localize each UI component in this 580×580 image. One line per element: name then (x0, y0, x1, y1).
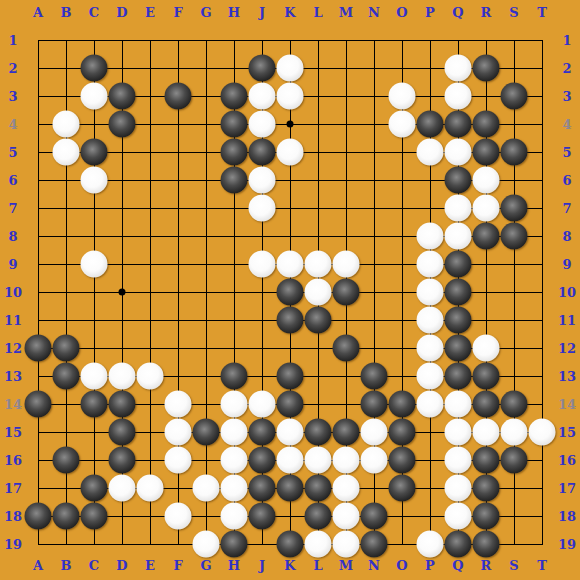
black-stone-O17 (389, 475, 416, 502)
white-stone-M19 (333, 531, 360, 558)
white-stone-S15 (501, 419, 528, 446)
black-stone-C2 (81, 55, 108, 82)
black-stone-D4 (109, 111, 136, 138)
row-label-right-11: 11 (558, 314, 576, 327)
col-label-bottom-Q: Q (452, 559, 463, 572)
black-stone-N14 (361, 391, 388, 418)
white-stone-J7 (249, 195, 276, 222)
white-stone-Q2 (445, 55, 472, 82)
black-stone-O15 (389, 419, 416, 446)
black-stone-B12 (53, 335, 80, 362)
black-stone-J17 (249, 475, 276, 502)
row-label-right-17: 17 (558, 482, 576, 495)
black-stone-N19 (361, 531, 388, 558)
black-stone-A12 (25, 335, 52, 362)
white-stone-Q16 (445, 447, 472, 474)
col-label-bottom-C: C (89, 559, 99, 572)
white-stone-R7 (473, 195, 500, 222)
white-stone-M18 (333, 503, 360, 530)
row-label-right-1: 1 (562, 34, 571, 47)
row-label-left-13: 13 (4, 370, 22, 383)
black-stone-K14 (277, 391, 304, 418)
black-stone-K17 (277, 475, 304, 502)
black-stone-H6 (221, 167, 248, 194)
black-stone-L15 (305, 419, 332, 446)
black-stone-H3 (221, 83, 248, 110)
row-label-left-15: 15 (4, 426, 22, 439)
white-stone-D17 (109, 475, 136, 502)
white-stone-R12 (473, 335, 500, 362)
black-stone-R18 (473, 503, 500, 530)
white-stone-C13 (81, 363, 108, 390)
white-stone-H16 (221, 447, 248, 474)
col-label-top-A: A (33, 6, 43, 19)
white-stone-B5 (53, 139, 80, 166)
white-stone-C6 (81, 167, 108, 194)
black-stone-Q13 (445, 363, 472, 390)
col-label-top-P: P (425, 6, 435, 19)
col-label-bottom-B: B (61, 559, 72, 572)
white-stone-K15 (277, 419, 304, 446)
black-stone-J18 (249, 503, 276, 530)
row-label-left-12: 12 (4, 342, 22, 355)
col-label-bottom-D: D (116, 559, 127, 572)
black-stone-S8 (501, 223, 528, 250)
go-board-screen: AABBCCDDEEFFGGHHJJKKLLMMNNOOPPQQRRSSTT11… (0, 0, 580, 580)
row-label-right-12: 12 (558, 342, 576, 355)
white-stone-K16 (277, 447, 304, 474)
white-stone-B4 (53, 111, 80, 138)
black-stone-R5 (473, 139, 500, 166)
white-stone-R6 (473, 167, 500, 194)
white-stone-R15 (473, 419, 500, 446)
col-label-bottom-L: L (313, 559, 322, 572)
col-label-bottom-G: G (200, 559, 211, 572)
black-stone-N18 (361, 503, 388, 530)
white-stone-P5 (417, 139, 444, 166)
row-label-left-14: 14 (4, 398, 22, 411)
white-stone-P9 (417, 251, 444, 278)
col-label-bottom-F: F (173, 559, 182, 572)
black-stone-B16 (53, 447, 80, 474)
black-stone-Q9 (445, 251, 472, 278)
white-stone-L10 (305, 279, 332, 306)
row-label-left-10: 10 (4, 286, 22, 299)
white-stone-K9 (277, 251, 304, 278)
black-stone-R4 (473, 111, 500, 138)
col-label-top-H: H (228, 6, 240, 19)
white-stone-Q15 (445, 419, 472, 446)
white-stone-H18 (221, 503, 248, 530)
black-stone-J16 (249, 447, 276, 474)
black-stone-R17 (473, 475, 500, 502)
col-label-top-F: F (173, 6, 182, 19)
black-stone-A14 (25, 391, 52, 418)
black-stone-Q11 (445, 307, 472, 334)
white-stone-L16 (305, 447, 332, 474)
white-stone-N16 (361, 447, 388, 474)
row-label-right-13: 13 (558, 370, 576, 383)
col-label-top-L: L (313, 6, 322, 19)
black-stone-G15 (193, 419, 220, 446)
col-label-top-K: K (284, 6, 295, 19)
white-stone-C3 (81, 83, 108, 110)
white-stone-Q5 (445, 139, 472, 166)
black-stone-N13 (361, 363, 388, 390)
white-stone-F18 (165, 503, 192, 530)
black-stone-K13 (277, 363, 304, 390)
white-stone-O4 (389, 111, 416, 138)
col-label-bottom-A: A (33, 559, 43, 572)
black-stone-H4 (221, 111, 248, 138)
col-label-bottom-R: R (481, 559, 492, 572)
white-stone-Q17 (445, 475, 472, 502)
black-stone-S16 (501, 447, 528, 474)
white-stone-J6 (249, 167, 276, 194)
white-stone-E17 (137, 475, 164, 502)
col-label-top-T: T (537, 6, 547, 19)
row-label-left-4: 4 (8, 118, 17, 131)
white-stone-P11 (417, 307, 444, 334)
col-label-bottom-P: P (425, 559, 435, 572)
black-stone-H19 (221, 531, 248, 558)
black-stone-Q19 (445, 531, 472, 558)
white-stone-H17 (221, 475, 248, 502)
row-label-right-7: 7 (562, 202, 571, 215)
black-stone-Q4 (445, 111, 472, 138)
black-stone-L11 (305, 307, 332, 334)
col-label-top-Q: Q (452, 6, 463, 19)
black-stone-A18 (25, 503, 52, 530)
col-label-bottom-J: J (259, 559, 265, 572)
white-stone-J14 (249, 391, 276, 418)
row-label-left-5: 5 (8, 146, 17, 159)
white-stone-L19 (305, 531, 332, 558)
black-stone-R2 (473, 55, 500, 82)
black-stone-S7 (501, 195, 528, 222)
row-label-right-5: 5 (562, 146, 571, 159)
white-stone-K2 (277, 55, 304, 82)
white-stone-P13 (417, 363, 444, 390)
white-stone-J4 (249, 111, 276, 138)
col-label-bottom-N: N (368, 559, 380, 572)
black-stone-K11 (277, 307, 304, 334)
row-label-right-15: 15 (558, 426, 576, 439)
black-stone-D3 (109, 83, 136, 110)
row-label-left-1: 1 (8, 34, 17, 47)
white-stone-M9 (333, 251, 360, 278)
black-stone-C14 (81, 391, 108, 418)
col-label-bottom-H: H (228, 559, 240, 572)
hoshi-point-D10 (119, 289, 126, 296)
row-label-left-16: 16 (4, 454, 22, 467)
col-label-top-S: S (509, 6, 518, 19)
black-stone-Q12 (445, 335, 472, 362)
white-stone-M17 (333, 475, 360, 502)
col-label-bottom-T: T (537, 559, 547, 572)
black-stone-L17 (305, 475, 332, 502)
black-stone-D15 (109, 419, 136, 446)
white-stone-C9 (81, 251, 108, 278)
col-label-bottom-K: K (284, 559, 295, 572)
black-stone-Q6 (445, 167, 472, 194)
black-stone-R16 (473, 447, 500, 474)
col-label-top-J: J (259, 6, 265, 19)
black-stone-J2 (249, 55, 276, 82)
black-stone-R8 (473, 223, 500, 250)
white-stone-P10 (417, 279, 444, 306)
col-label-bottom-E: E (145, 559, 155, 572)
black-stone-P4 (417, 111, 444, 138)
white-stone-P14 (417, 391, 444, 418)
white-stone-P12 (417, 335, 444, 362)
white-stone-N15 (361, 419, 388, 446)
black-stone-R13 (473, 363, 500, 390)
black-stone-C17 (81, 475, 108, 502)
white-stone-K3 (277, 83, 304, 110)
black-stone-S5 (501, 139, 528, 166)
white-stone-P8 (417, 223, 444, 250)
white-stone-H15 (221, 419, 248, 446)
col-label-top-M: M (339, 6, 353, 19)
row-label-left-3: 3 (8, 90, 17, 103)
white-stone-F16 (165, 447, 192, 474)
row-label-left-19: 19 (4, 538, 22, 551)
col-label-top-N: N (368, 6, 380, 19)
col-label-top-C: C (89, 6, 99, 19)
black-stone-K10 (277, 279, 304, 306)
row-label-left-18: 18 (4, 510, 22, 523)
row-label-right-10: 10 (558, 286, 576, 299)
row-label-right-18: 18 (558, 510, 576, 523)
white-stone-Q8 (445, 223, 472, 250)
row-label-right-14: 14 (558, 398, 576, 411)
white-stone-D13 (109, 363, 136, 390)
white-stone-J9 (249, 251, 276, 278)
black-stone-L18 (305, 503, 332, 530)
black-stone-R19 (473, 531, 500, 558)
white-stone-O3 (389, 83, 416, 110)
black-stone-D14 (109, 391, 136, 418)
white-stone-M16 (333, 447, 360, 474)
row-label-left-8: 8 (8, 230, 17, 243)
black-stone-O14 (389, 391, 416, 418)
white-stone-F14 (165, 391, 192, 418)
col-label-top-B: B (61, 6, 72, 19)
white-stone-Q14 (445, 391, 472, 418)
col-label-top-E: E (145, 6, 155, 19)
row-label-right-19: 19 (558, 538, 576, 551)
black-stone-J15 (249, 419, 276, 446)
col-label-top-D: D (116, 6, 127, 19)
black-stone-D16 (109, 447, 136, 474)
col-label-bottom-O: O (396, 559, 407, 572)
col-label-bottom-M: M (339, 559, 353, 572)
black-stone-H13 (221, 363, 248, 390)
white-stone-Q18 (445, 503, 472, 530)
row-label-right-2: 2 (562, 62, 571, 75)
row-label-left-17: 17 (4, 482, 22, 495)
black-stone-H5 (221, 139, 248, 166)
black-stone-O16 (389, 447, 416, 474)
row-label-right-9: 9 (562, 258, 571, 271)
hoshi-point-K4 (287, 121, 294, 128)
black-stone-F3 (165, 83, 192, 110)
white-stone-F15 (165, 419, 192, 446)
white-stone-Q3 (445, 83, 472, 110)
col-label-top-G: G (200, 6, 211, 19)
col-label-bottom-S: S (509, 559, 518, 572)
white-stone-E13 (137, 363, 164, 390)
black-stone-C18 (81, 503, 108, 530)
black-stone-J5 (249, 139, 276, 166)
white-stone-J3 (249, 83, 276, 110)
row-label-right-6: 6 (562, 174, 571, 187)
black-stone-B13 (53, 363, 80, 390)
white-stone-P19 (417, 531, 444, 558)
row-label-right-3: 3 (562, 90, 571, 103)
black-stone-S3 (501, 83, 528, 110)
black-stone-Q10 (445, 279, 472, 306)
row-label-left-7: 7 (8, 202, 17, 215)
white-stone-T15 (529, 419, 556, 446)
white-stone-Q7 (445, 195, 472, 222)
row-label-right-16: 16 (558, 454, 576, 467)
white-stone-K5 (277, 139, 304, 166)
black-stone-R14 (473, 391, 500, 418)
black-stone-K19 (277, 531, 304, 558)
row-label-left-11: 11 (4, 314, 22, 327)
row-label-left-6: 6 (8, 174, 17, 187)
row-label-right-4: 4 (562, 118, 571, 131)
row-label-left-9: 9 (8, 258, 17, 271)
white-stone-G19 (193, 531, 220, 558)
col-label-top-O: O (396, 6, 407, 19)
white-stone-H14 (221, 391, 248, 418)
black-stone-B18 (53, 503, 80, 530)
black-stone-C5 (81, 139, 108, 166)
row-label-left-2: 2 (8, 62, 17, 75)
black-stone-M12 (333, 335, 360, 362)
white-stone-G17 (193, 475, 220, 502)
white-stone-L9 (305, 251, 332, 278)
col-label-top-R: R (481, 6, 492, 19)
black-stone-M15 (333, 419, 360, 446)
black-stone-S14 (501, 391, 528, 418)
black-stone-M10 (333, 279, 360, 306)
row-label-right-8: 8 (562, 230, 571, 243)
